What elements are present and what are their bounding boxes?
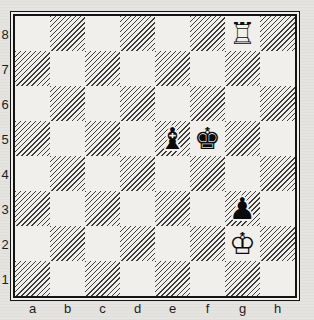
square-g7	[225, 51, 260, 86]
black-king-f5: ♚	[190, 121, 225, 156]
square-f7	[190, 51, 225, 86]
square-d4	[120, 156, 155, 191]
square-d3	[120, 191, 155, 226]
square-d1	[120, 261, 155, 296]
square-f1	[190, 261, 225, 296]
square-a5	[15, 121, 50, 156]
square-f3	[190, 191, 225, 226]
square-f8	[190, 16, 225, 51]
square-f4	[190, 156, 225, 191]
square-d7	[120, 51, 155, 86]
square-c7	[85, 51, 120, 86]
square-e4	[155, 156, 190, 191]
square-b4	[50, 156, 85, 191]
square-g8: ♖	[225, 16, 260, 51]
black-bishop-e5: ♝	[155, 121, 190, 156]
file-label-h: h	[260, 301, 295, 318]
file-labels: abcdefgh	[15, 301, 295, 318]
square-b8	[50, 16, 85, 51]
file-label-f: f	[190, 301, 225, 318]
rank-label-5: 5	[0, 122, 10, 157]
square-h4	[260, 156, 295, 191]
square-e5: ♝	[155, 121, 190, 156]
black-pawn-g3: ♟	[225, 191, 260, 226]
square-a8	[15, 16, 50, 51]
square-c8	[85, 16, 120, 51]
square-g6	[225, 86, 260, 121]
square-a3	[15, 191, 50, 226]
white-rook-g8: ♖	[225, 16, 260, 51]
rank-label-6: 6	[0, 87, 10, 122]
square-c4	[85, 156, 120, 191]
square-c2	[85, 226, 120, 261]
square-g4	[225, 156, 260, 191]
board-inner-frame: ♖♝♚♟♔	[13, 14, 297, 298]
square-c6	[85, 86, 120, 121]
square-b3	[50, 191, 85, 226]
square-g2: ♔	[225, 226, 260, 261]
square-h1	[260, 261, 295, 296]
square-h3	[260, 191, 295, 226]
square-h2	[260, 226, 295, 261]
square-f6	[190, 86, 225, 121]
square-h8	[260, 16, 295, 51]
square-b7	[50, 51, 85, 86]
square-a7	[15, 51, 50, 86]
file-label-c: c	[85, 301, 120, 318]
square-d8	[120, 16, 155, 51]
square-e1	[155, 261, 190, 296]
file-label-g: g	[225, 301, 260, 318]
square-c3	[85, 191, 120, 226]
square-a2	[15, 226, 50, 261]
square-c5	[85, 121, 120, 156]
square-d5	[120, 121, 155, 156]
rank-label-7: 7	[0, 52, 10, 87]
white-king-g2: ♔	[225, 226, 260, 261]
square-b2	[50, 226, 85, 261]
square-f2	[190, 226, 225, 261]
square-a1	[15, 261, 50, 296]
square-f5: ♚	[190, 121, 225, 156]
board-frame: ♖♝♚♟♔	[10, 11, 300, 301]
chessboard: ♖♝♚♟♔	[15, 16, 295, 296]
square-h7	[260, 51, 295, 86]
rank-label-2: 2	[0, 227, 10, 262]
square-a6	[15, 86, 50, 121]
rank-label-4: 4	[0, 157, 10, 192]
file-label-b: b	[50, 301, 85, 318]
square-e2	[155, 226, 190, 261]
square-h6	[260, 86, 295, 121]
rank-label-8: 8	[0, 17, 10, 52]
rank-labels: 87654321	[0, 17, 10, 297]
file-label-e: e	[155, 301, 190, 318]
rank-label-3: 3	[0, 192, 10, 227]
rank-label-1: 1	[0, 262, 10, 297]
square-h5	[260, 121, 295, 156]
square-g5	[225, 121, 260, 156]
file-label-a: a	[15, 301, 50, 318]
square-a4	[15, 156, 50, 191]
square-e8	[155, 16, 190, 51]
square-c1	[85, 261, 120, 296]
square-b5	[50, 121, 85, 156]
square-b1	[50, 261, 85, 296]
square-e6	[155, 86, 190, 121]
file-label-d: d	[120, 301, 155, 318]
square-g3: ♟	[225, 191, 260, 226]
square-e3	[155, 191, 190, 226]
square-d2	[120, 226, 155, 261]
square-e7	[155, 51, 190, 86]
square-d6	[120, 86, 155, 121]
square-g1	[225, 261, 260, 296]
square-b6	[50, 86, 85, 121]
